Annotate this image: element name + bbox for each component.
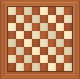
square-b1[interactable] [16, 63, 24, 71]
square-e3[interactable] [40, 47, 48, 55]
square-h3[interactable] [64, 47, 72, 55]
square-d7[interactable] [32, 15, 40, 23]
square-b6[interactable] [16, 23, 24, 31]
square-e7[interactable] [40, 15, 48, 23]
square-a6[interactable] [8, 23, 16, 31]
square-a3[interactable] [8, 47, 16, 55]
square-c4[interactable] [24, 39, 32, 47]
square-h7[interactable] [64, 15, 72, 23]
square-d1[interactable] [32, 63, 40, 71]
square-g5[interactable] [56, 31, 64, 39]
square-c5[interactable] [24, 31, 32, 39]
square-b8[interactable] [16, 7, 24, 15]
square-a7[interactable] [8, 15, 16, 23]
square-b7[interactable] [16, 15, 24, 23]
square-f1[interactable] [48, 63, 56, 71]
square-h5[interactable] [64, 31, 72, 39]
square-g4[interactable] [56, 39, 64, 47]
square-e5[interactable] [40, 31, 48, 39]
square-a5[interactable] [8, 31, 16, 39]
square-c2[interactable] [24, 55, 32, 63]
square-f6[interactable] [48, 23, 56, 31]
square-f2[interactable] [48, 55, 56, 63]
square-c7[interactable] [24, 15, 32, 23]
square-d4[interactable] [32, 39, 40, 47]
square-f8[interactable] [48, 7, 56, 15]
square-h4[interactable] [64, 39, 72, 47]
frame-rail-right [72, 0, 80, 79]
frame-rail-left [0, 0, 8, 79]
square-g1[interactable] [56, 63, 64, 71]
square-a1[interactable] [8, 63, 16, 71]
square-g8[interactable] [56, 7, 64, 15]
square-g2[interactable] [56, 55, 64, 63]
square-e1[interactable] [40, 63, 48, 71]
square-a2[interactable] [8, 55, 16, 63]
chessboard [0, 0, 80, 79]
square-c3[interactable] [24, 47, 32, 55]
square-f4[interactable] [48, 39, 56, 47]
square-d3[interactable] [32, 47, 40, 55]
square-b2[interactable] [16, 55, 24, 63]
board-grid [8, 7, 72, 71]
square-g7[interactable] [56, 15, 64, 23]
square-d5[interactable] [32, 31, 40, 39]
square-b5[interactable] [16, 31, 24, 39]
square-d2[interactable] [32, 55, 40, 63]
square-d8[interactable] [32, 7, 40, 15]
square-h8[interactable] [64, 7, 72, 15]
square-h6[interactable] [64, 23, 72, 31]
square-b3[interactable] [16, 47, 24, 55]
square-h1[interactable] [64, 63, 72, 71]
square-e4[interactable] [40, 39, 48, 47]
square-g3[interactable] [56, 47, 64, 55]
frame-rail-top [0, 0, 80, 7]
square-d6[interactable] [32, 23, 40, 31]
square-e6[interactable] [40, 23, 48, 31]
square-a4[interactable] [8, 39, 16, 47]
square-h2[interactable] [64, 55, 72, 63]
square-c6[interactable] [24, 23, 32, 31]
square-g6[interactable] [56, 23, 64, 31]
square-c8[interactable] [24, 7, 32, 15]
square-a8[interactable] [8, 7, 16, 15]
frame-rail-bottom [0, 71, 80, 79]
square-e8[interactable] [40, 7, 48, 15]
square-f5[interactable] [48, 31, 56, 39]
square-f7[interactable] [48, 15, 56, 23]
square-c1[interactable] [24, 63, 32, 71]
square-f3[interactable] [48, 47, 56, 55]
square-b4[interactable] [16, 39, 24, 47]
square-e2[interactable] [40, 55, 48, 63]
